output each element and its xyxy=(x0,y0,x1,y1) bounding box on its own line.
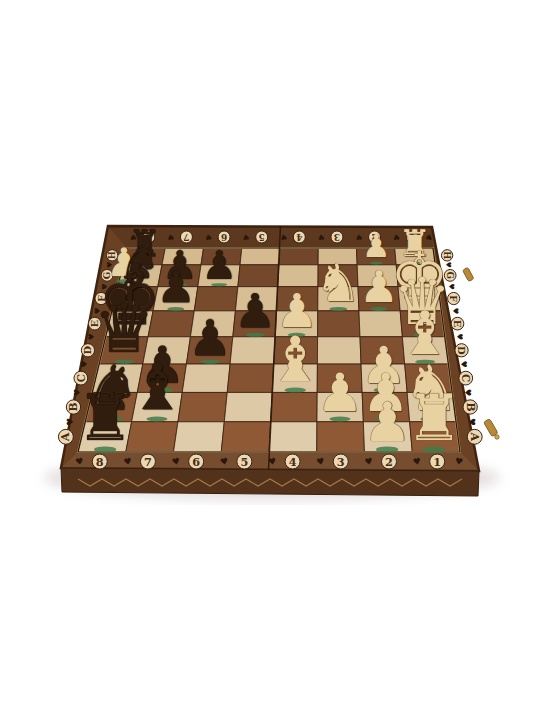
svg-text:F: F xyxy=(448,295,459,302)
svg-text:H: H xyxy=(442,251,452,259)
svg-text:♥: ♥ xyxy=(444,262,453,268)
svg-text:7: 7 xyxy=(144,455,152,469)
svg-text:♥: ♥ xyxy=(463,389,473,397)
svg-text:5: 5 xyxy=(259,232,265,242)
svg-text:A: A xyxy=(468,431,481,441)
chessboard: 8♥7♥6♥5♥4♥3♥2♥1♥♥8♥7♥6♥5♥4♥3♥2♥1♥♥HH♥♥GG… xyxy=(0,0,540,720)
svg-text:1: 1 xyxy=(409,232,415,242)
svg-text:8: 8 xyxy=(146,232,152,242)
svg-text:♥: ♥ xyxy=(219,456,229,467)
svg-text:2: 2 xyxy=(371,232,377,242)
svg-text:4: 4 xyxy=(296,232,302,242)
svg-text:♥: ♥ xyxy=(171,456,181,467)
svg-text:B: B xyxy=(67,402,80,411)
svg-text:E: E xyxy=(452,320,463,327)
svg-text:♥: ♥ xyxy=(316,456,326,467)
svg-text:3: 3 xyxy=(334,232,340,242)
svg-text:♥: ♥ xyxy=(447,283,456,290)
svg-text:♥: ♥ xyxy=(454,456,464,467)
svg-text:3: 3 xyxy=(337,455,345,469)
svg-text:7: 7 xyxy=(183,232,189,242)
svg-text:B: B xyxy=(464,402,477,411)
svg-text:♥: ♥ xyxy=(123,456,133,467)
svg-text:♥: ♥ xyxy=(455,333,464,340)
svg-text:4: 4 xyxy=(289,455,297,469)
svg-text:♥: ♥ xyxy=(459,360,469,367)
svg-text:D: D xyxy=(456,346,467,355)
svg-text:E: E xyxy=(89,320,100,327)
svg-text:C: C xyxy=(460,374,472,382)
svg-text:G: G xyxy=(102,272,112,280)
svg-text:6: 6 xyxy=(192,455,200,469)
svg-text:♥: ♥ xyxy=(75,456,85,467)
svg-text:6: 6 xyxy=(221,232,227,242)
svg-text:2: 2 xyxy=(385,455,393,469)
svg-text:♥: ♥ xyxy=(412,456,422,467)
svg-text:A: A xyxy=(59,432,72,442)
svg-text:H: H xyxy=(107,251,117,259)
svg-text:♥: ♥ xyxy=(364,456,374,467)
svg-text:♥: ♥ xyxy=(105,262,114,268)
svg-text:♥: ♥ xyxy=(267,456,277,467)
svg-text:G: G xyxy=(445,272,455,280)
svg-text:♥: ♥ xyxy=(451,307,460,314)
svg-text:♥: ♥ xyxy=(65,418,75,426)
svg-text:1: 1 xyxy=(433,455,441,469)
svg-text:♥: ♥ xyxy=(100,283,109,290)
svg-text:♥: ♥ xyxy=(79,360,89,367)
svg-text:♥: ♥ xyxy=(87,333,96,340)
svg-text:5: 5 xyxy=(240,455,248,469)
svg-text:♥: ♥ xyxy=(93,307,102,314)
svg-text:8: 8 xyxy=(96,455,104,469)
svg-text:F: F xyxy=(96,295,107,302)
svg-text:D: D xyxy=(82,346,93,355)
svg-text:C: C xyxy=(75,374,87,382)
svg-text:♥: ♥ xyxy=(467,418,477,426)
product-photo: 8♥7♥6♥5♥4♥3♥2♥1♥♥8♥7♥6♥5♥4♥3♥2♥1♥♥HH♥♥GG… xyxy=(0,0,540,720)
svg-text:♥: ♥ xyxy=(72,389,82,397)
